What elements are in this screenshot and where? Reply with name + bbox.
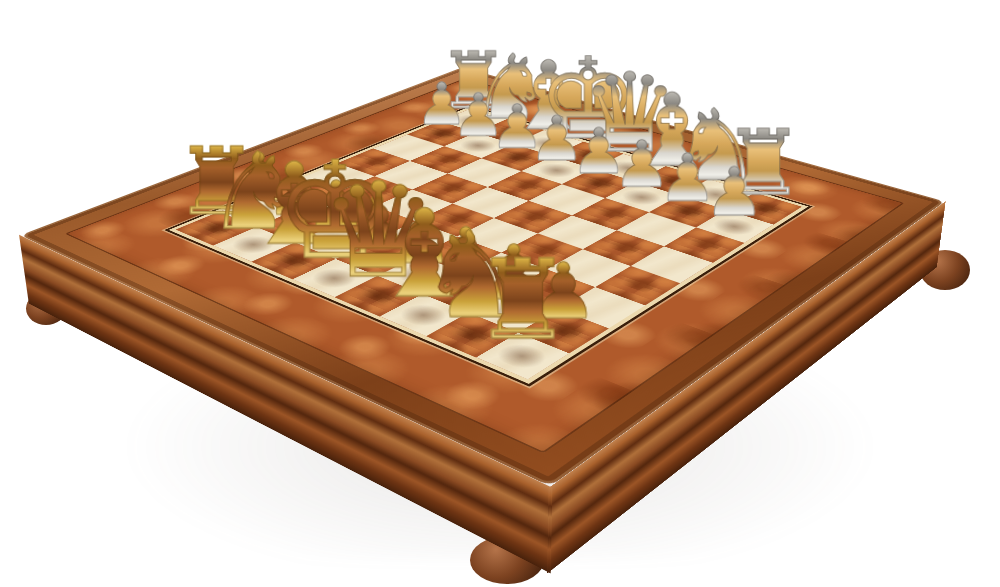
chess-set-photo: ♜♞♝♚♛♝♞♜♟♟♟♟♟♟♟♟♟♟♟♟♟♟♟♟♜♞♝♚♛♝♞♜ [0, 0, 1000, 587]
brass-rook-glyph: ♜ [451, 247, 595, 355]
chess-case: ♜♞♝♚♛♝♞♜♟♟♟♟♟♟♟♟♟♟♟♟♟♟♟♟♜♞♝♚♛♝♞♜ [20, 67, 945, 486]
chess-set-scene: ♜♞♝♚♛♝♞♜♟♟♟♟♟♟♟♟♟♟♟♟♟♟♟♟♜♞♝♚♛♝♞♜ [0, 0, 1000, 587]
silver-pawn-glyph: ♟ [674, 160, 795, 225]
